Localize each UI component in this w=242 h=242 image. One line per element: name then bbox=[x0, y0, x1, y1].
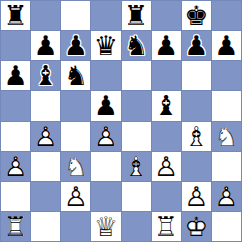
white-knight: ♞♘ bbox=[212, 122, 241, 151]
square-c3[interactable]: ♞♘ bbox=[61, 152, 90, 181]
square-g7[interactable]: ♟ bbox=[182, 31, 211, 60]
square-d5[interactable]: ♟ bbox=[91, 91, 120, 120]
white-pawn: ♟♙ bbox=[31, 122, 60, 151]
square-f7[interactable]: ♟ bbox=[152, 31, 181, 60]
square-e8[interactable]: ♜ bbox=[122, 1, 151, 30]
white-rook: ♜♖ bbox=[1, 212, 30, 241]
black-pawn: ♟ bbox=[182, 31, 211, 60]
square-a4[interactable] bbox=[1, 122, 30, 151]
white-pawn: ♟♙ bbox=[212, 182, 241, 211]
black-pawn: ♟ bbox=[152, 31, 181, 60]
square-c5[interactable] bbox=[61, 91, 90, 120]
square-h1[interactable] bbox=[212, 212, 241, 241]
square-b3[interactable] bbox=[31, 152, 60, 181]
white-bishop: ♝♗ bbox=[182, 122, 211, 151]
black-bishop: ♝ bbox=[31, 61, 60, 90]
square-c2[interactable]: ♟♙ bbox=[61, 182, 90, 211]
square-e1[interactable] bbox=[122, 212, 151, 241]
square-d7[interactable]: ♛ bbox=[91, 31, 120, 60]
white-pawn: ♟♙ bbox=[152, 152, 181, 181]
black-pawn: ♟ bbox=[1, 61, 30, 90]
square-a5[interactable] bbox=[1, 91, 30, 120]
square-f6[interactable] bbox=[152, 61, 181, 90]
square-e3[interactable]: ♝♗ bbox=[122, 152, 151, 181]
black-pawn: ♟ bbox=[31, 31, 60, 60]
square-a3[interactable]: ♟♙ bbox=[1, 152, 30, 181]
square-f3[interactable]: ♟♙ bbox=[152, 152, 181, 181]
square-d8[interactable] bbox=[91, 1, 120, 30]
white-pawn: ♟♙ bbox=[182, 182, 211, 211]
white-pawn: ♟♙ bbox=[91, 122, 120, 151]
square-b5[interactable] bbox=[31, 91, 60, 120]
white-rook: ♜♖ bbox=[152, 212, 181, 241]
black-rook: ♜ bbox=[1, 1, 30, 30]
black-bishop: ♝ bbox=[152, 91, 181, 120]
square-b6[interactable]: ♝ bbox=[31, 61, 60, 90]
square-g6[interactable] bbox=[182, 61, 211, 90]
square-c4[interactable] bbox=[61, 122, 90, 151]
white-queen: ♛♕ bbox=[91, 212, 120, 241]
black-knight: ♞ bbox=[122, 31, 151, 60]
square-h6[interactable] bbox=[212, 61, 241, 90]
black-pawn: ♟ bbox=[61, 31, 90, 60]
square-h2[interactable]: ♟♙ bbox=[212, 182, 241, 211]
square-b2[interactable] bbox=[31, 182, 60, 211]
black-knight: ♞ bbox=[61, 61, 90, 90]
square-h5[interactable] bbox=[212, 91, 241, 120]
square-g8[interactable]: ♚ bbox=[182, 1, 211, 30]
white-knight: ♞♘ bbox=[61, 152, 90, 181]
square-b7[interactable]: ♟ bbox=[31, 31, 60, 60]
black-pawn: ♟ bbox=[91, 91, 120, 120]
square-a7[interactable] bbox=[1, 31, 30, 60]
square-e6[interactable] bbox=[122, 61, 151, 90]
chess-board: ♜♜♚♟♟♛♞♟♟♟♟♝♞♟♝♟♙♟♙♝♗♞♘♟♙♞♘♝♗♟♙♟♙♟♙♟♙♜♖♛… bbox=[0, 0, 242, 242]
white-bishop: ♝♗ bbox=[122, 152, 151, 181]
square-d3[interactable] bbox=[91, 152, 120, 181]
square-h7[interactable]: ♟ bbox=[212, 31, 241, 60]
square-f8[interactable] bbox=[152, 1, 181, 30]
black-rook: ♜ bbox=[122, 1, 151, 30]
square-a6[interactable]: ♟ bbox=[1, 61, 30, 90]
square-e5[interactable] bbox=[122, 91, 151, 120]
square-h8[interactable] bbox=[212, 1, 241, 30]
white-pawn: ♟♙ bbox=[1, 152, 30, 181]
square-c8[interactable] bbox=[61, 1, 90, 30]
chess-board-container: ♜♜♚♟♟♛♞♟♟♟♟♝♞♟♝♟♙♟♙♝♗♞♘♟♙♞♘♝♗♟♙♟♙♟♙♟♙♜♖♛… bbox=[0, 0, 242, 242]
black-pawn: ♟ bbox=[212, 31, 241, 60]
square-g5[interactable] bbox=[182, 91, 211, 120]
square-c7[interactable]: ♟ bbox=[61, 31, 90, 60]
black-queen: ♛ bbox=[91, 31, 120, 60]
square-f5[interactable]: ♝ bbox=[152, 91, 181, 120]
square-b4[interactable]: ♟♙ bbox=[31, 122, 60, 151]
square-d1[interactable]: ♛♕ bbox=[91, 212, 120, 241]
square-c1[interactable] bbox=[61, 212, 90, 241]
square-a1[interactable]: ♜♖ bbox=[1, 212, 30, 241]
square-f2[interactable] bbox=[152, 182, 181, 211]
square-d2[interactable] bbox=[91, 182, 120, 211]
square-e4[interactable] bbox=[122, 122, 151, 151]
square-e7[interactable]: ♞ bbox=[122, 31, 151, 60]
square-a2[interactable] bbox=[1, 182, 30, 211]
square-b1[interactable] bbox=[31, 212, 60, 241]
square-g1[interactable]: ♚♔ bbox=[182, 212, 211, 241]
square-a8[interactable]: ♜ bbox=[1, 1, 30, 30]
square-g2[interactable]: ♟♙ bbox=[182, 182, 211, 211]
black-king: ♚ bbox=[182, 1, 211, 30]
square-c6[interactable]: ♞ bbox=[61, 61, 90, 90]
white-pawn: ♟♙ bbox=[61, 182, 90, 211]
square-d6[interactable] bbox=[91, 61, 120, 90]
square-b8[interactable] bbox=[31, 1, 60, 30]
square-e2[interactable] bbox=[122, 182, 151, 211]
square-h4[interactable]: ♞♘ bbox=[212, 122, 241, 151]
square-f1[interactable]: ♜♖ bbox=[152, 212, 181, 241]
square-h3[interactable] bbox=[212, 152, 241, 181]
white-king: ♚♔ bbox=[182, 212, 211, 241]
square-f4[interactable] bbox=[152, 122, 181, 151]
square-g4[interactable]: ♝♗ bbox=[182, 122, 211, 151]
square-g3[interactable] bbox=[182, 152, 211, 181]
square-d4[interactable]: ♟♙ bbox=[91, 122, 120, 151]
